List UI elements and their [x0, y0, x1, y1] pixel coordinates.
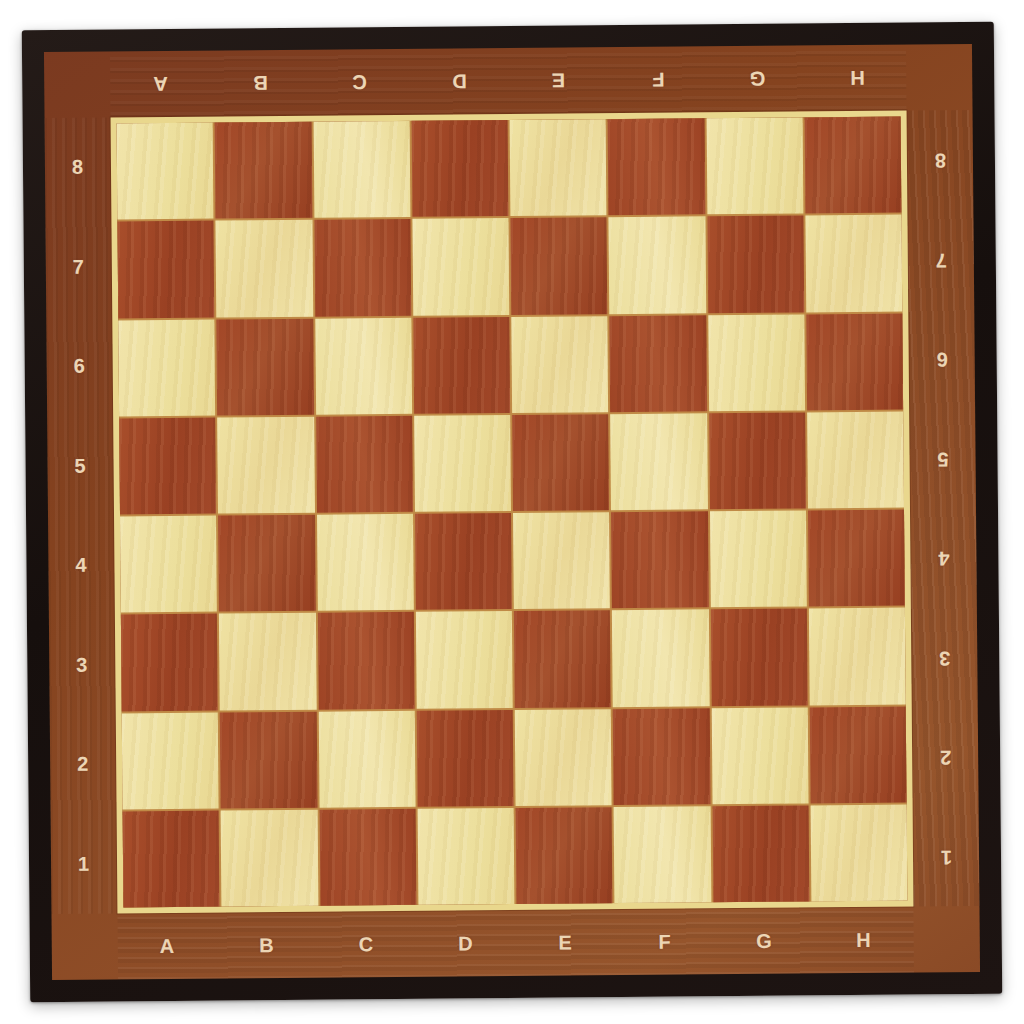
file-label-bottom-c: C — [316, 911, 416, 978]
square-d6[interactable] — [413, 317, 510, 414]
square-g6[interactable] — [708, 314, 805, 411]
square-d3[interactable] — [416, 611, 513, 708]
file-label-top-b: B — [209, 50, 309, 117]
square-f2[interactable] — [613, 708, 710, 805]
file-label-bottom-a: A — [117, 913, 217, 980]
square-g3[interactable] — [710, 609, 807, 706]
square-e8[interactable] — [510, 119, 607, 216]
rank-labels-right: 87654321 — [907, 110, 980, 907]
square-h1[interactable] — [810, 804, 907, 901]
square-f1[interactable] — [614, 806, 711, 903]
square-b5[interactable] — [217, 416, 314, 513]
rank-label-left-5: 5 — [47, 416, 114, 516]
rank-label-right-7: 7 — [907, 209, 974, 309]
file-label-top-e: E — [508, 47, 608, 114]
square-e4[interactable] — [513, 512, 610, 609]
square-h6[interactable] — [806, 313, 903, 410]
rank-label-right-1: 1 — [913, 806, 980, 906]
rank-label-right-3: 3 — [911, 607, 978, 707]
square-h7[interactable] — [805, 215, 902, 312]
square-h5[interactable] — [807, 411, 904, 508]
square-h4[interactable] — [808, 510, 905, 607]
square-f6[interactable] — [610, 315, 707, 412]
square-d5[interactable] — [414, 415, 511, 512]
file-label-bottom-f: F — [615, 908, 715, 975]
square-b6[interactable] — [217, 318, 314, 415]
square-a4[interactable] — [120, 516, 217, 613]
board-grid — [117, 117, 908, 908]
square-h8[interactable] — [804, 117, 901, 214]
rank-labels-left: 87654321 — [45, 117, 118, 914]
file-label-top-d: D — [408, 48, 508, 115]
rank-label-left-2: 2 — [50, 714, 117, 814]
square-f5[interactable] — [610, 413, 707, 510]
square-a7[interactable] — [117, 221, 214, 318]
file-label-top-h: H — [806, 45, 906, 112]
rank-label-left-3: 3 — [49, 615, 116, 715]
square-g7[interactable] — [707, 216, 804, 313]
square-d1[interactable] — [417, 808, 514, 905]
square-g1[interactable] — [712, 805, 809, 902]
square-g2[interactable] — [711, 707, 808, 804]
file-labels-top: ABCDEFGH — [110, 45, 907, 118]
square-b7[interactable] — [216, 220, 313, 317]
square-f8[interactable] — [608, 118, 705, 215]
playing-area — [111, 111, 914, 914]
rank-label-right-5: 5 — [909, 408, 976, 508]
square-f3[interactable] — [612, 610, 709, 707]
square-f7[interactable] — [609, 217, 706, 314]
square-g5[interactable] — [709, 412, 806, 509]
square-b2[interactable] — [220, 711, 317, 808]
square-c5[interactable] — [316, 416, 413, 513]
square-d7[interactable] — [412, 218, 509, 315]
square-a1[interactable] — [123, 810, 220, 907]
square-d4[interactable] — [415, 513, 512, 610]
square-a8[interactable] — [117, 123, 214, 220]
product-photo-background: ABCDEFGH ABCDEFGH 87654321 87654321 — [0, 0, 1024, 1024]
square-d8[interactable] — [411, 120, 508, 217]
rank-label-right-6: 6 — [908, 309, 975, 409]
rank-label-left-4: 4 — [48, 515, 115, 615]
square-c4[interactable] — [317, 514, 414, 611]
file-label-bottom-d: D — [416, 910, 516, 977]
file-label-top-a: A — [110, 51, 210, 118]
square-d2[interactable] — [416, 710, 513, 807]
rank-label-left-8: 8 — [45, 117, 112, 217]
square-h3[interactable] — [809, 608, 906, 705]
square-b1[interactable] — [221, 809, 318, 906]
square-b4[interactable] — [218, 515, 315, 612]
square-b3[interactable] — [219, 613, 316, 710]
file-label-bottom-h: H — [814, 907, 914, 974]
square-g8[interactable] — [706, 117, 803, 214]
square-a6[interactable] — [118, 319, 215, 416]
rank-label-left-6: 6 — [46, 316, 113, 416]
rank-label-right-4: 4 — [910, 508, 977, 608]
file-label-top-c: C — [309, 49, 409, 116]
square-c8[interactable] — [313, 121, 410, 218]
square-f4[interactable] — [611, 511, 708, 608]
square-a5[interactable] — [119, 417, 216, 514]
file-label-bottom-b: B — [217, 912, 317, 979]
square-c6[interactable] — [315, 317, 412, 414]
file-label-bottom-g: G — [714, 907, 814, 974]
square-e6[interactable] — [511, 316, 608, 413]
file-label-top-f: F — [607, 46, 707, 113]
file-labels-bottom: ABCDEFGH — [117, 907, 914, 980]
square-g4[interactable] — [710, 510, 807, 607]
square-a2[interactable] — [122, 712, 219, 809]
wood-frame: ABCDEFGH ABCDEFGH 87654321 87654321 — [44, 44, 980, 980]
chessboard: ABCDEFGH ABCDEFGH 87654321 87654321 — [22, 22, 1002, 1002]
square-e7[interactable] — [510, 217, 607, 314]
rank-label-right-8: 8 — [907, 110, 974, 210]
square-c1[interactable] — [319, 809, 416, 906]
square-h2[interactable] — [809, 706, 906, 803]
rank-label-left-1: 1 — [51, 814, 118, 914]
square-e5[interactable] — [512, 414, 609, 511]
rank-label-right-2: 2 — [912, 707, 979, 807]
file-label-top-g: G — [707, 45, 807, 112]
square-e2[interactable] — [515, 709, 612, 806]
square-e1[interactable] — [516, 807, 613, 904]
square-b8[interactable] — [215, 122, 312, 219]
file-label-bottom-e: E — [515, 909, 615, 976]
rank-label-left-7: 7 — [45, 217, 112, 317]
square-e3[interactable] — [514, 610, 611, 707]
square-c2[interactable] — [318, 710, 415, 807]
square-c7[interactable] — [314, 219, 411, 316]
square-c3[interactable] — [317, 612, 414, 709]
square-a3[interactable] — [121, 614, 218, 711]
